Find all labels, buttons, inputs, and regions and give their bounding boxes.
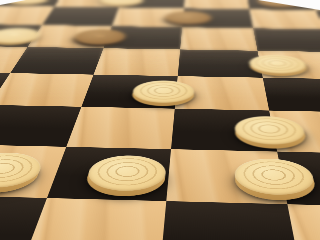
checkers-photo-scene — [0, 0, 320, 240]
board-square-e1 — [160, 201, 301, 240]
board-square-d3 — [66, 107, 174, 149]
checker-piece-top — [256, 0, 303, 7]
board-square-f5 — [258, 51, 320, 79]
board-square-d6 — [104, 26, 183, 49]
checkers-board — [0, 0, 320, 240]
board-square-e6 — [180, 27, 257, 51]
checker-piece-side — [1, 0, 52, 5]
board-square-f7 — [249, 9, 320, 29]
board-square-e4 — [175, 76, 269, 110]
board-square-e5 — [178, 49, 263, 77]
board-square-d2 — [47, 147, 171, 201]
board-square-c4 — [0, 73, 94, 107]
board-square-e7 — [182, 8, 253, 28]
checker-piece-light — [84, 155, 168, 192]
board-square-d4 — [81, 75, 177, 109]
checker-piece-side — [257, 0, 305, 9]
board-square-e3 — [171, 109, 277, 152]
board-square-f4 — [263, 78, 320, 113]
board-square-c5 — [10, 47, 103, 75]
checker-piece-top — [3, 0, 54, 4]
checker-piece-light — [3, 0, 54, 4]
board-square-f6 — [253, 28, 320, 52]
board-square-d7 — [112, 7, 184, 27]
board-square-e2 — [166, 149, 287, 204]
checker-piece-side — [82, 159, 167, 197]
board-square-d5 — [94, 48, 181, 76]
checker-piece-dark — [256, 0, 303, 7]
board-square-c7 — [42, 7, 119, 27]
board-square-c6 — [28, 25, 112, 48]
board-square-f3 — [269, 111, 320, 154]
checker-piece-top — [84, 155, 168, 192]
